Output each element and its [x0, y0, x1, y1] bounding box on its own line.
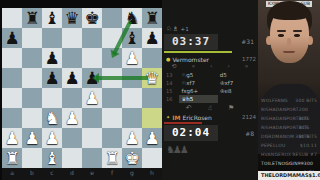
move-row-14: 14♘xf7♔xf7: [164, 79, 256, 87]
webcam-video: WOLFFANG300 BITSRISHADANPORT200 BITSRISH…: [258, 0, 320, 180]
black-rook-b8: ♜: [22, 8, 42, 28]
black-bishop-c8: ♝: [42, 8, 62, 28]
event-detail: 300 BITS: [299, 114, 317, 123]
move-number: 14: [164, 79, 179, 87]
square-f1[interactable]: ♜: [102, 148, 122, 168]
white-knight-c3: ♞: [42, 108, 62, 128]
board-top-bar: [0, 0, 162, 8]
square-f2[interactable]: [102, 128, 122, 148]
event-name: TOILETNOGGIN99: [261, 159, 304, 168]
square-h2[interactable]: ♟: [142, 128, 162, 148]
white-pawn-b2: ♟: [22, 128, 42, 148]
white-rook-f1: ♜: [102, 148, 122, 168]
eyebrow: [293, 30, 302, 32]
square-g7[interactable]: ♝: [122, 28, 142, 48]
white-pawn-h2: ♟: [142, 128, 162, 148]
event-name: HVANGEROX: [261, 150, 291, 159]
white-move[interactable]: ♘g5: [179, 71, 217, 79]
square-b6[interactable]: [22, 48, 42, 68]
white-king-g1: ♚: [122, 148, 142, 168]
file-coordinates: abcdefgh: [2, 168, 162, 180]
square-f6[interactable]: [102, 48, 122, 68]
square-h5[interactable]: ♛: [142, 68, 162, 88]
white-move[interactable]: ♕h5: [179, 95, 217, 103]
opponent-clock: 03:37: [164, 34, 218, 50]
move-row-13: 13♘g5d5: [164, 71, 256, 79]
file-label-h: h: [142, 168, 162, 180]
donation-bottom-bar: THELORDMAMAS $1.00: [258, 171, 320, 180]
donation-event: RISHADANPORT300 BITS: [258, 114, 320, 123]
square-g4[interactable]: [122, 88, 142, 108]
board-grid[interactable]: ♜♝♛♚♞♜♟♝♟♟♟♟♟♟♛♟♞♟♟♟♟♟♟♜♝♜♚: [2, 8, 162, 168]
white-pawn-g2: ♟: [122, 128, 142, 148]
move-nav-controls[interactable]: ⟲«‹›»: [164, 62, 256, 70]
eye: [294, 34, 300, 37]
square-b5[interactable]: [22, 68, 42, 88]
square-e8[interactable]: ♚: [82, 8, 102, 28]
square-a6[interactable]: [2, 48, 22, 68]
flair-icon: ✦: [166, 114, 170, 120]
white-pawn-e4: ♟: [82, 88, 102, 108]
square-c1[interactable]: ♝: [42, 148, 62, 168]
square-a7[interactable]: ♟: [2, 28, 22, 48]
file-label-d: d: [62, 168, 82, 180]
black-pawn-h7: ♟: [142, 28, 162, 48]
square-a1[interactable]: ♜: [2, 148, 22, 168]
square-d1[interactable]: [62, 148, 82, 168]
donation-event: HVANGEROXRESUB #7: [258, 150, 320, 159]
square-h3[interactable]: [142, 108, 162, 128]
move-number: 15: [164, 87, 179, 95]
square-a5[interactable]: [2, 68, 22, 88]
chess-board[interactable]: ♜♝♛♚♞♜♟♝♟♟♟♟♟♟♛♟♞♟♟♟♟♟♟♜♝♜♚: [2, 8, 162, 168]
square-b1[interactable]: [22, 148, 42, 168]
white-pawn-c2: ♟: [42, 128, 62, 148]
event-detail: $10.11: [300, 141, 317, 150]
donation-event: RISHADANPORT315 BITS: [258, 123, 320, 132]
event-name: RISHADANPORT: [261, 114, 299, 123]
last-move-icon[interactable]: »: [245, 62, 249, 70]
square-c8[interactable]: ♝: [42, 8, 62, 28]
square-c7[interactable]: [42, 28, 62, 48]
event-detail: 300 BITS: [304, 159, 317, 168]
streamer-rating: 2124: [242, 114, 256, 120]
next-move-icon[interactable]: ›: [227, 62, 229, 70]
square-e2[interactable]: [82, 128, 102, 148]
captured-pieces-icon: ♘♗: [166, 25, 179, 33]
game-panel: ♘♗ +1 03:37 #31 ● Vermomster 1772 ⟲«‹›» …: [162, 0, 258, 180]
black-pawn-d5: ♟: [62, 68, 82, 88]
square-b3[interactable]: [22, 108, 42, 128]
hairline: [270, 6, 309, 20]
square-c4[interactable]: [42, 88, 62, 108]
white-move[interactable]: ♘xf7: [179, 79, 217, 87]
material-advantage: +1: [181, 25, 189, 33]
white-queen-h5: ♛: [142, 68, 162, 88]
square-e4[interactable]: ♟: [82, 88, 102, 108]
square-f4[interactable]: [102, 88, 122, 108]
square-d2[interactable]: [62, 128, 82, 148]
square-f5[interactable]: [102, 68, 122, 88]
square-g1[interactable]: ♚: [122, 148, 142, 168]
black-move[interactable]: d5: [218, 71, 256, 79]
square-g5[interactable]: [122, 68, 142, 88]
square-f3[interactable]: [102, 108, 122, 128]
black-pawn-c5: ♟: [42, 68, 62, 88]
square-h4[interactable]: [142, 88, 162, 108]
cycle-icon[interactable]: ⟲: [171, 62, 176, 70]
square-g3[interactable]: [122, 108, 142, 128]
square-h8[interactable]: ♜: [142, 8, 162, 28]
black-pawn-a7: ♟: [2, 28, 22, 48]
square-c2[interactable]: ♟: [42, 128, 62, 148]
move-list[interactable]: 13♘g5d514♘xf7♔xf715fxg6+♔e816♕h5: [164, 71, 256, 103]
square-b2[interactable]: ♟: [22, 128, 42, 148]
square-a8[interactable]: [2, 8, 22, 28]
square-d8[interactable]: ♛: [62, 8, 82, 28]
black-move[interactable]: ♔xf7: [218, 79, 256, 87]
streamer-row[interactable]: ✦ IM EricRosen 2124: [166, 113, 256, 121]
stream-screenshot: ♜♝♛♚♞♜♟♝♟♟♟♟♟♟♛♟♞♟♟♟♟♟♟♜♝♜♚ abcdefgh ♘♗ …: [0, 0, 320, 180]
square-d6[interactable]: [62, 48, 82, 68]
opponent-tournament-rank: #31: [241, 38, 254, 45]
file-label-a: a: [2, 168, 22, 180]
square-a4[interactable]: [2, 88, 22, 108]
streamer-tournament-rank: #8: [245, 130, 254, 137]
square-d4[interactable]: [62, 88, 82, 108]
captured-tray-bottom: ♞♟♟: [166, 144, 187, 156]
donation-event: WOLFFANG300 BITS: [258, 96, 320, 105]
first-move-icon[interactable]: «: [191, 62, 195, 70]
square-h1[interactable]: [142, 148, 162, 168]
move-number: 16: [164, 95, 179, 103]
square-h6[interactable]: [142, 48, 162, 68]
white-bishop-c1: ♝: [42, 148, 62, 168]
black-move[interactable]: [218, 95, 256, 103]
event-detail: 300 BITS: [295, 96, 317, 105]
square-f8[interactable]: [102, 8, 122, 28]
donation-event: PEPELLOU$10.11: [258, 141, 320, 150]
white-pawn-g6: ♟: [122, 48, 142, 68]
square-c6[interactable]: ♟: [42, 48, 62, 68]
black-rook-h8: ♜: [142, 8, 162, 28]
square-g6[interactable]: ♟: [122, 48, 142, 68]
file-label-f: f: [102, 168, 122, 180]
donation-event: RISHADANPORT200 BITS: [258, 105, 320, 114]
captured-tray-top: ♘♗ +1: [166, 25, 189, 33]
draw-offer-icon[interactable]: ☝: [208, 103, 212, 113]
square-e3[interactable]: [82, 108, 102, 128]
file-label-c: c: [42, 168, 62, 180]
event-detail: 315 BITS: [299, 123, 317, 132]
square-a3[interactable]: [2, 108, 22, 128]
title-badge: IM: [172, 114, 180, 121]
prev-move-icon[interactable]: ‹: [210, 62, 212, 70]
black-pawn-e5: ♟: [82, 68, 102, 88]
white-pawn-a2: ♟: [2, 128, 22, 148]
donation-event-list: WOLFFANG300 BITSRISHADANPORT200 BITSRISH…: [258, 96, 320, 168]
black-queen-d8: ♛: [62, 8, 82, 28]
move-row-16: 16♕h5: [164, 95, 256, 103]
event-name: DGRDMANOM: [261, 132, 294, 141]
white-pawn-d3: ♟: [62, 108, 82, 128]
file-label-g: g: [122, 168, 142, 180]
nose: [287, 38, 291, 46]
square-b4[interactable]: [22, 88, 42, 108]
black-move[interactable]: ♔e8: [218, 87, 256, 95]
square-d5[interactable]: ♟: [62, 68, 82, 88]
square-g8[interactable]: ♞: [122, 8, 142, 28]
mouth: [283, 51, 295, 53]
move-number: 13: [164, 71, 179, 79]
donation-event: TOILETNOGGIN99300 BITS: [258, 159, 320, 168]
event-name: THELORDMAMAS: [261, 171, 309, 180]
black-bishop-g7: ♝: [122, 28, 142, 48]
white-rook-a1: ♜: [2, 148, 22, 168]
streamer-name[interactable]: EricRosen: [182, 114, 211, 121]
square-e7[interactable]: [82, 28, 102, 48]
square-g2[interactable]: ♟: [122, 128, 142, 148]
black-pawn-c6: ♟: [42, 48, 62, 68]
event-name: WOLFFANG: [261, 96, 288, 105]
square-a2[interactable]: ♟: [2, 128, 22, 148]
event-name: RISHADANPORT: [261, 105, 299, 114]
black-king-e8: ♚: [82, 8, 102, 28]
move-row-15: 15fxg6+♔e8: [164, 87, 256, 95]
streamer-clock: 02:04: [164, 125, 218, 141]
event-detail: 200 BITS: [299, 105, 317, 114]
square-d7[interactable]: [62, 28, 82, 48]
white-move[interactable]: fxg6+: [179, 87, 217, 95]
event-name: PEPELLOU: [261, 141, 285, 150]
square-e1[interactable]: [82, 148, 102, 168]
eye: [278, 34, 284, 37]
square-d3[interactable]: ♟: [62, 108, 82, 128]
streamer-time-bar: [164, 122, 202, 124]
resign-flag-icon[interactable]: ⚑: [228, 103, 234, 113]
square-c3[interactable]: ♞: [42, 108, 62, 128]
event-detail: $1.00: [309, 171, 320, 180]
file-label-b: b: [22, 168, 42, 180]
file-label-e: e: [82, 168, 102, 180]
square-b7[interactable]: [22, 28, 42, 48]
event-detail: 300 BITS: [295, 132, 317, 141]
square-f7[interactable]: [102, 28, 122, 48]
square-e5[interactable]: ♟: [82, 68, 102, 88]
square-b8[interactable]: ♜: [22, 8, 42, 28]
takeback-icon[interactable]: ↶: [186, 103, 192, 113]
opponent-time-bar: [164, 51, 232, 53]
donation-event: DGRDMANOM300 BITS: [258, 132, 320, 141]
square-e6[interactable]: [82, 48, 102, 68]
event-detail: RESUB #7: [292, 150, 317, 159]
square-h7[interactable]: ♟: [142, 28, 162, 48]
black-knight-g8: ♞: [122, 8, 142, 28]
event-name: RISHADANPORT: [261, 123, 299, 132]
square-c5[interactable]: ♟: [42, 68, 62, 88]
game-action-buttons[interactable]: ↶☝⚑: [164, 103, 256, 113]
eyebrow: [277, 30, 286, 32]
